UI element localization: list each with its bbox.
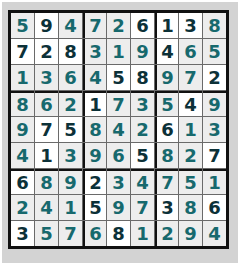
cell-r2c6[interactable]: 9 — [131, 39, 154, 64]
cell-r4c5[interactable]: 7 — [107, 91, 130, 116]
cell-r4c7[interactable]: 5 — [155, 91, 178, 116]
cell-r4c6[interactable]: 3 — [131, 91, 154, 116]
cell-r5c7[interactable]: 6 — [155, 117, 178, 142]
cell-r4c2[interactable]: 6 — [35, 91, 58, 116]
cell-r7c2[interactable]: 8 — [35, 169, 58, 194]
cell-r3c8[interactable]: 7 — [179, 65, 202, 90]
cell-r7c6[interactable]: 4 — [131, 169, 154, 194]
cell-r2c3[interactable]: 8 — [59, 39, 82, 64]
cell-r2c9[interactable]: 5 — [203, 39, 226, 64]
cell-r6c4[interactable]: 9 — [83, 143, 106, 168]
cell-r9c5[interactable]: 8 — [107, 221, 130, 246]
cell-r1c9[interactable]: 8 — [203, 13, 226, 38]
cell-r1c5[interactable]: 2 — [107, 13, 130, 38]
cell-r5c6[interactable]: 2 — [131, 117, 154, 142]
cell-r9c2[interactable]: 5 — [35, 221, 58, 246]
cell-r7c5[interactable]: 3 — [107, 169, 130, 194]
cell-r9c4[interactable]: 6 — [83, 221, 106, 246]
cell-r9c1[interactable]: 3 — [11, 221, 34, 246]
cell-r5c1[interactable]: 9 — [11, 117, 34, 142]
cell-r6c7[interactable]: 8 — [155, 143, 178, 168]
cell-r6c2[interactable]: 1 — [35, 143, 58, 168]
cell-r2c7[interactable]: 4 — [155, 39, 178, 64]
cell-r7c7[interactable]: 7 — [155, 169, 178, 194]
cell-r5c2[interactable]: 7 — [35, 117, 58, 142]
cell-r2c5[interactable]: 1 — [107, 39, 130, 64]
cell-r3c5[interactable]: 5 — [107, 65, 130, 90]
sudoku-grid: 5947261387283194651364589728621735499758… — [8, 10, 229, 249]
cell-r2c4[interactable]: 3 — [83, 39, 106, 64]
cell-r8c3[interactable]: 1 — [59, 195, 82, 220]
cell-r1c6[interactable]: 6 — [131, 13, 154, 38]
cell-r6c1[interactable]: 4 — [11, 143, 34, 168]
cell-r2c2[interactable]: 2 — [35, 39, 58, 64]
cell-r4c9[interactable]: 9 — [203, 91, 226, 116]
cell-r8c6[interactable]: 7 — [131, 195, 154, 220]
cell-r7c9[interactable]: 1 — [203, 169, 226, 194]
cell-r3c2[interactable]: 3 — [35, 65, 58, 90]
cell-r1c4[interactable]: 7 — [83, 13, 106, 38]
cell-r4c1[interactable]: 8 — [11, 91, 34, 116]
cell-r3c4[interactable]: 4 — [83, 65, 106, 90]
cell-r8c9[interactable]: 6 — [203, 195, 226, 220]
cell-r5c4[interactable]: 8 — [83, 117, 106, 142]
cell-r8c4[interactable]: 5 — [83, 195, 106, 220]
cell-r3c7[interactable]: 9 — [155, 65, 178, 90]
cell-r8c1[interactable]: 2 — [11, 195, 34, 220]
cell-r8c2[interactable]: 4 — [35, 195, 58, 220]
cell-r5c5[interactable]: 4 — [107, 117, 130, 142]
cell-r9c3[interactable]: 7 — [59, 221, 82, 246]
cell-r1c3[interactable]: 4 — [59, 13, 82, 38]
cell-r9c7[interactable]: 2 — [155, 221, 178, 246]
cell-r5c8[interactable]: 1 — [179, 117, 202, 142]
cell-r3c6[interactable]: 8 — [131, 65, 154, 90]
cell-r7c1[interactable]: 6 — [11, 169, 34, 194]
cell-r4c3[interactable]: 2 — [59, 91, 82, 116]
cell-r9c8[interactable]: 9 — [179, 221, 202, 246]
cell-r8c7[interactable]: 3 — [155, 195, 178, 220]
cell-r3c9[interactable]: 2 — [203, 65, 226, 90]
cell-r6c8[interactable]: 2 — [179, 143, 202, 168]
cell-r6c3[interactable]: 3 — [59, 143, 82, 168]
cell-r6c9[interactable]: 7 — [203, 143, 226, 168]
cell-r7c8[interactable]: 5 — [179, 169, 202, 194]
cell-r9c9[interactable]: 4 — [203, 221, 226, 246]
cell-r8c8[interactable]: 8 — [179, 195, 202, 220]
cell-r6c6[interactable]: 5 — [131, 143, 154, 168]
cell-r7c4[interactable]: 2 — [83, 169, 106, 194]
board-margin: 5947261387283194651364589728621735499758… — [2, 2, 238, 263]
cell-r1c2[interactable]: 9 — [35, 13, 58, 38]
cell-r2c8[interactable]: 6 — [179, 39, 202, 64]
cell-r5c9[interactable]: 3 — [203, 117, 226, 142]
cell-r7c3[interactable]: 9 — [59, 169, 82, 194]
cell-r1c7[interactable]: 1 — [155, 13, 178, 38]
cell-r3c1[interactable]: 1 — [11, 65, 34, 90]
cell-r1c1[interactable]: 5 — [11, 13, 34, 38]
cell-r8c5[interactable]: 9 — [107, 195, 130, 220]
cell-r1c8[interactable]: 3 — [179, 13, 202, 38]
cell-r4c8[interactable]: 4 — [179, 91, 202, 116]
cell-r9c6[interactable]: 1 — [131, 221, 154, 246]
cell-r6c5[interactable]: 6 — [107, 143, 130, 168]
cell-r2c1[interactable]: 7 — [11, 39, 34, 64]
cell-r3c3[interactable]: 6 — [59, 65, 82, 90]
cell-r5c3[interactable]: 5 — [59, 117, 82, 142]
cell-r4c4[interactable]: 1 — [83, 91, 106, 116]
